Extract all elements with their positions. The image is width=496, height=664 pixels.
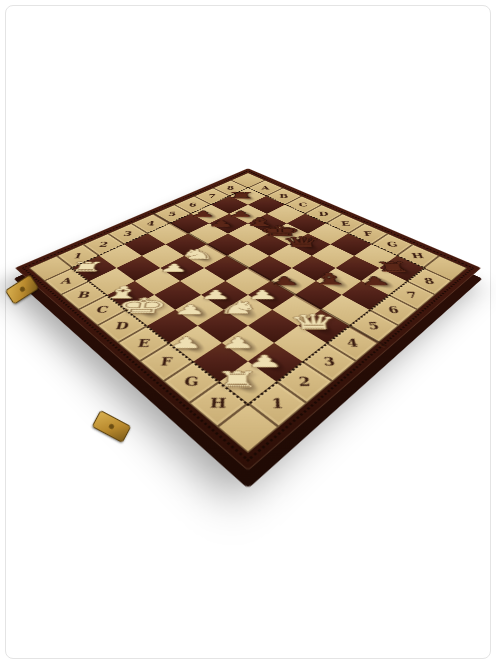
square-f2[interactable] <box>198 310 248 343</box>
rank-label-2: 2 <box>276 361 333 403</box>
piece-shadow <box>305 317 339 339</box>
rank-label-6: 6 <box>369 295 418 326</box>
file-label-e: E <box>117 326 169 362</box>
file-label-f: F <box>139 343 193 382</box>
black-queen-e7[interactable]: ♛ <box>289 234 330 256</box>
square-b1[interactable] <box>89 268 134 295</box>
pawn-glyph: ♟ <box>189 210 216 218</box>
white-pawn-g2[interactable]: ♟ <box>222 326 274 362</box>
frame-corner-cell <box>217 403 279 453</box>
piece-shadow <box>114 288 143 307</box>
rook-glyph: ♜ <box>226 191 256 200</box>
file-label-a: A <box>44 268 89 295</box>
rook-glyph: ♜ <box>65 260 106 273</box>
white-pawn-h2[interactable]: ♟ <box>248 343 302 382</box>
square-d1[interactable] <box>127 295 176 326</box>
rank-label-1: 1 <box>248 381 307 427</box>
square-f3[interactable] <box>224 295 273 326</box>
file-label-g: G <box>163 361 220 403</box>
square-e3[interactable] <box>201 281 248 310</box>
pawn-glyph: ♟ <box>172 303 207 316</box>
knight-glyph: ♞ <box>177 247 216 260</box>
square-h3[interactable] <box>274 326 326 362</box>
bishop-glyph: ♝ <box>307 271 352 287</box>
file-label-c: C <box>78 295 127 326</box>
file-label-b: B <box>61 281 108 310</box>
scene: ABCDEFGH8877665544332211ABCDEFGH ♜♜♟♝♚♛♟… <box>0 0 496 664</box>
white-pawn-e3[interactable]: ♟ <box>201 281 248 310</box>
queen-glyph: ♛ <box>287 312 340 333</box>
white-rook-a1[interactable]: ♜ <box>73 256 117 281</box>
square-g5[interactable] <box>295 281 342 310</box>
square-h7[interactable] <box>361 268 406 295</box>
square-d3[interactable] <box>180 268 225 295</box>
white-queen-h4[interactable]: ♛ <box>298 310 348 343</box>
file-label-d: D <box>97 310 147 343</box>
pawn-glyph: ♟ <box>219 335 255 350</box>
rank-label-8: 8 <box>407 268 452 295</box>
black-rook-a8[interactable]: ♜ <box>230 188 266 205</box>
square-f4[interactable] <box>248 281 295 310</box>
white-king-d1[interactable]: ♚ <box>127 295 176 326</box>
square-e4[interactable] <box>225 268 270 295</box>
pieces-layer: ♜♜♟♝♚♛♟♟♟♝♟♞♟♛♟♟♞♟♟♟♜♝♚♟♜ <box>29 173 467 453</box>
square-e2[interactable] <box>175 295 224 326</box>
square-h1[interactable] <box>220 361 277 403</box>
queen-glyph: ♛ <box>280 235 323 249</box>
pawn-glyph: ♟ <box>246 353 283 370</box>
piece-shadow <box>182 302 213 322</box>
board-frame: ABCDEFGH8877665544332211ABCDEFGH ♜♜♟♝♚♛♟… <box>15 168 482 471</box>
white-rook-h1[interactable]: ♜ <box>220 361 277 403</box>
white-pawn-f4[interactable]: ♟ <box>248 281 295 310</box>
square-c2[interactable] <box>135 268 180 295</box>
white-pawn-e2[interactable]: ♟ <box>175 295 224 326</box>
rook-glyph: ♜ <box>213 368 260 390</box>
file-label-h: H <box>189 381 248 427</box>
black-pawn-h7[interactable]: ♟ <box>361 268 406 295</box>
square-g1[interactable] <box>194 343 248 382</box>
square-h5[interactable] <box>321 295 370 326</box>
knight-glyph: ♞ <box>216 299 259 316</box>
square-e1[interactable] <box>147 310 197 343</box>
square-g3[interactable] <box>248 310 298 343</box>
king-glyph: ♚ <box>113 295 170 316</box>
white-knight-f3[interactable]: ♞ <box>224 295 273 326</box>
bishop-glyph: ♝ <box>98 284 146 301</box>
pawn-glyph: ♟ <box>358 275 392 287</box>
black-bishop-g6[interactable]: ♝ <box>316 268 361 295</box>
pawn-glyph: ♟ <box>199 288 232 300</box>
square-g2[interactable] <box>222 326 274 362</box>
square-h4[interactable] <box>298 310 348 343</box>
pawn-glyph: ♟ <box>157 262 189 273</box>
piece-shadow <box>255 352 291 377</box>
square-h2[interactable] <box>248 343 302 382</box>
rook-glyph: ♜ <box>372 260 413 273</box>
square-g4[interactable] <box>272 295 321 326</box>
piece-shadow <box>227 371 264 398</box>
piece-shadow <box>207 288 237 307</box>
piece-shadow <box>229 334 263 357</box>
pawn-glyph: ♟ <box>207 219 234 228</box>
piece-shadow <box>177 334 210 357</box>
pawn-glyph: ♟ <box>246 288 278 300</box>
pawn-glyph: ♟ <box>269 275 301 287</box>
piece-shadow <box>254 288 285 307</box>
square-f1[interactable] <box>170 326 222 362</box>
chess-board: ABCDEFGH8877665544332211ABCDEFGH ♜♜♟♝♚♛♟… <box>15 168 482 471</box>
rank-label-7: 7 <box>389 281 436 310</box>
square-h6[interactable] <box>342 281 389 310</box>
white-pawn-f1[interactable]: ♟ <box>170 326 222 362</box>
rank-label-4: 4 <box>326 326 378 362</box>
pawn-glyph: ♟ <box>166 335 203 350</box>
product-photo: ABCDEFGH8877665544332211ABCDEFGH ♜♜♟♝♚♛♟… <box>0 0 496 664</box>
piece-shadow <box>133 302 163 322</box>
piece-shadow <box>230 302 261 322</box>
rank-label-5: 5 <box>349 310 399 343</box>
rank-label-3: 3 <box>302 343 356 382</box>
